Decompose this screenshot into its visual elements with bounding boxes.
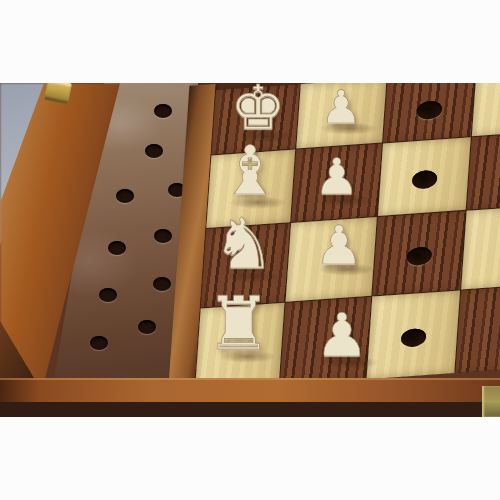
cribbage-peg-hole: [116, 189, 134, 203]
peg-hole: [416, 100, 442, 120]
square-d1[interactable]: [472, 83, 500, 136]
cribbage-peg-hole: [108, 241, 126, 255]
square-d4[interactable]: [455, 284, 500, 373]
cribbage-peg-hole: [154, 104, 172, 118]
pawn-glyph: ♟: [315, 220, 363, 271]
white-knight-piece[interactable]: ♞: [199, 211, 289, 278]
piece-shadow: [218, 350, 276, 363]
pawn-glyph: ♟: [315, 154, 360, 202]
cribbage-peg-hole: [99, 288, 117, 302]
white-pawn-piece[interactable]: ♟: [297, 307, 387, 364]
square-d3[interactable]: [461, 204, 500, 289]
white-pawn-piece[interactable]: ♟: [292, 154, 382, 202]
white-rook-piece[interactable]: ♜: [194, 288, 284, 358]
cribbage-peg-hole: [145, 144, 163, 158]
square-c2[interactable]: [378, 137, 471, 216]
cribbage-peg-hole: [138, 320, 156, 334]
peg-hole: [406, 246, 432, 266]
pawn-glyph: ♟: [320, 86, 361, 130]
peg-hole: [412, 170, 438, 190]
rook-glyph: ♜: [206, 288, 272, 358]
white-bishop-piece[interactable]: ♝: [205, 139, 295, 204]
square-c3[interactable]: [372, 211, 465, 296]
brass-hinge-icon: [482, 386, 500, 417]
square-c1[interactable]: [383, 83, 475, 142]
knight-glyph: ♞: [213, 211, 276, 278]
king-glyph: ♚: [230, 83, 286, 138]
games-box-photo: ♚ ♝ ♞ ♜ ♟ ♟ ♟ ♟: [0, 83, 500, 417]
peg-hole: [400, 328, 426, 348]
cribbage-peg-hole: [90, 336, 108, 350]
cribbage-peg-hole: [153, 277, 171, 291]
photo-letterbox-canvas: ♚ ♝ ♞ ♜ ♟ ♟ ♟ ♟: [0, 0, 500, 500]
piece-shadow: [321, 356, 379, 369]
white-pawn-piece[interactable]: ♟: [296, 86, 386, 130]
white-king-piece[interactable]: ♚: [213, 83, 303, 138]
square-d2[interactable]: [467, 131, 500, 210]
bishop-glyph: ♝: [220, 139, 281, 204]
box-front-face: [0, 402, 500, 417]
cribbage-peg-hole: [154, 229, 172, 243]
white-pawn-piece[interactable]: ♟: [294, 220, 384, 271]
